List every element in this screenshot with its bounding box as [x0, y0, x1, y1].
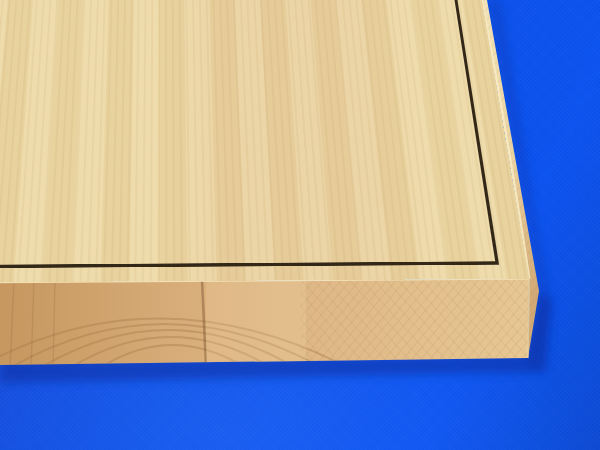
shogi-board [0, 0, 529, 286]
board-grid [0, 0, 499, 271]
photo-stage [0, 0, 600, 450]
